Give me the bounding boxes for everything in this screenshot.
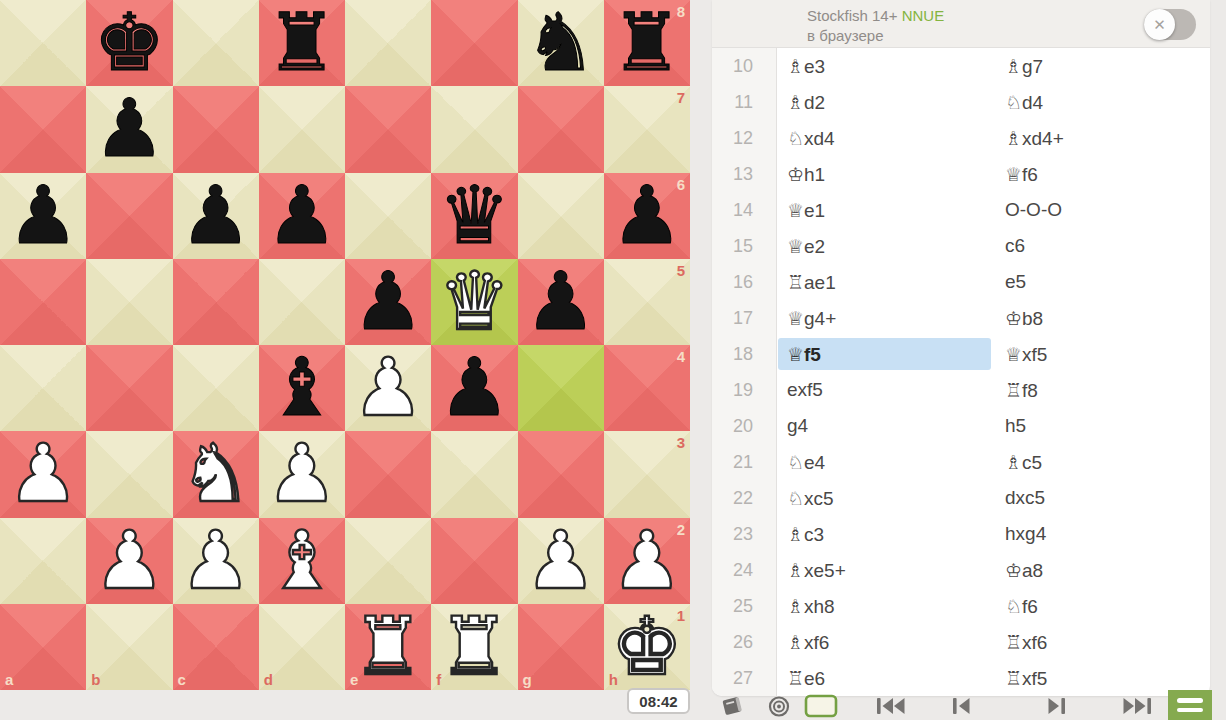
- white-queen: ♛: [439, 262, 511, 342]
- white-pawn: ♟: [352, 348, 424, 428]
- rank-label-2: 2: [677, 522, 685, 537]
- white-move-16[interactable]: ♖ae1: [777, 264, 1005, 300]
- black-king: ♚: [94, 3, 166, 83]
- square-f4[interactable]: ♟: [431, 345, 517, 431]
- square-e5[interactable]: ♟: [345, 259, 431, 345]
- move-number: 24: [712, 552, 777, 588]
- file-label-f: f: [436, 672, 441, 687]
- rank-label-3: 3: [677, 435, 685, 450]
- move-number: 25: [712, 588, 777, 624]
- black-move-text: ♗c5: [1005, 451, 1042, 474]
- black-move-text: hxg4: [1005, 523, 1046, 545]
- square-b8[interactable]: ♚: [86, 0, 172, 86]
- square-h2[interactable]: ♟2: [604, 518, 690, 604]
- square-f2[interactable]: [431, 518, 517, 604]
- square-h7[interactable]: 7: [604, 86, 690, 172]
- black-pawn: ♟: [266, 176, 338, 256]
- square-g3[interactable]: [518, 431, 604, 517]
- black-move-26[interactable]: ♖xf6: [1005, 624, 1210, 660]
- skip-to-end-button[interactable]: [1122, 695, 1152, 717]
- black-rook: ♜: [266, 3, 338, 83]
- chess-board: ♚♜♞♜8♟7♟♟♟♛♟6♟♛♟5♝♟♟4♟♞♟3♟♟♝♟♟2abcd♜e♜fg…: [0, 0, 690, 690]
- file-label-d: d: [264, 672, 273, 687]
- square-d5[interactable]: [259, 259, 345, 345]
- white-move-20[interactable]: g4: [777, 408, 1005, 444]
- white-move-13[interactable]: ♔h1: [777, 156, 1005, 192]
- white-move-text: ♔h1: [777, 163, 825, 186]
- move-number: 23: [712, 516, 777, 552]
- move-row-19: 19exf5♖f8: [712, 372, 1210, 408]
- board-view-icon[interactable]: [804, 694, 838, 718]
- black-move-19[interactable]: ♖f8: [1005, 372, 1210, 408]
- black-knight: ♞: [525, 3, 597, 83]
- x-icon: ✕: [1153, 16, 1166, 34]
- black-pawn: ♟: [525, 262, 597, 342]
- white-pawn: ♟: [525, 521, 597, 601]
- move-list: 10♗e3♗g711♗d2♘d412♘xd4♗xd4+13♔h1♕f614♕e1…: [712, 48, 1210, 696]
- black-move-14[interactable]: O-O-O: [1005, 192, 1210, 228]
- black-move-17[interactable]: ♔b8: [1005, 300, 1210, 336]
- square-f5[interactable]: ♛: [431, 259, 517, 345]
- square-h8[interactable]: ♜8: [604, 0, 690, 86]
- move-number: 19: [712, 372, 777, 408]
- square-g4[interactable]: [518, 345, 604, 431]
- white-move-text: ♖ae1: [777, 271, 836, 294]
- square-c2[interactable]: ♟: [173, 518, 259, 604]
- square-a5[interactable]: [0, 259, 86, 345]
- black-move-text: h5: [1005, 415, 1026, 437]
- black-pawn: ♟: [7, 176, 79, 256]
- black-move-text: ♖f8: [1005, 379, 1038, 402]
- square-h5[interactable]: 5: [604, 259, 690, 345]
- square-b3[interactable]: [86, 431, 172, 517]
- move-number: 18: [712, 336, 777, 372]
- file-label-b: b: [91, 672, 100, 687]
- black-move-24[interactable]: ♔a8: [1005, 552, 1210, 588]
- black-move-16[interactable]: e5: [1005, 264, 1210, 300]
- rank-label-4: 4: [677, 349, 685, 364]
- square-e7[interactable]: [345, 86, 431, 172]
- white-move-text: ♗e3: [777, 55, 825, 78]
- square-g1[interactable]: g: [518, 604, 604, 690]
- black-move-15[interactable]: c6: [1005, 228, 1210, 264]
- square-h6[interactable]: ♟6: [604, 173, 690, 259]
- white-move-11[interactable]: ♗d2: [777, 84, 1005, 120]
- square-e2[interactable]: [345, 518, 431, 604]
- white-move-text: ♖e6: [777, 667, 825, 690]
- white-move-23[interactable]: ♗c3: [777, 516, 1005, 552]
- square-e6[interactable]: [345, 173, 431, 259]
- move-row-10: 10♗e3♗g7: [712, 48, 1210, 84]
- notation-book-icon[interactable]: [720, 695, 748, 718]
- black-move-25[interactable]: ♘f6: [1005, 588, 1210, 624]
- move-number: 11: [712, 84, 777, 120]
- square-b4[interactable]: [86, 345, 172, 431]
- white-move-27[interactable]: ♖e6: [777, 660, 1005, 696]
- move-number: 17: [712, 300, 777, 336]
- square-b5[interactable]: [86, 259, 172, 345]
- white-knight: ♞: [180, 434, 252, 514]
- square-e4[interactable]: ♟: [345, 345, 431, 431]
- white-move-text: ♕g4+: [777, 307, 836, 330]
- white-move-text: ♗c3: [777, 523, 824, 546]
- square-c5[interactable]: [173, 259, 259, 345]
- white-move-text: ♘e4: [777, 451, 825, 474]
- square-g5[interactable]: ♟: [518, 259, 604, 345]
- black-move-text: ♔a8: [1005, 559, 1043, 582]
- file-label-a: a: [5, 672, 13, 687]
- square-d4[interactable]: ♝: [259, 345, 345, 431]
- white-move-text: ♕e2: [777, 235, 825, 258]
- square-a7[interactable]: [0, 86, 86, 172]
- square-d6[interactable]: ♟: [259, 173, 345, 259]
- white-move-text: ♕e1: [777, 199, 825, 222]
- white-move-21[interactable]: ♘e4: [777, 444, 1005, 480]
- move-row-23: 23♗c3hxg4: [712, 516, 1210, 552]
- menu-button[interactable]: [1168, 690, 1212, 720]
- engine-panel: Stockfish 14+ NNUE в браузере ✕ 10♗e3♗g7…: [712, 0, 1210, 696]
- square-a6[interactable]: ♟: [0, 173, 86, 259]
- black-move-10[interactable]: ♗g7: [1005, 48, 1210, 84]
- square-b1[interactable]: b: [86, 604, 172, 690]
- square-a1[interactable]: a: [0, 604, 86, 690]
- white-move-text: ♗xe5+: [777, 559, 846, 582]
- square-a2[interactable]: [0, 518, 86, 604]
- engine-panel-header: Stockfish 14+ NNUE в браузере ✕: [712, 0, 1210, 48]
- move-row-16: 16♖ae1e5: [712, 264, 1210, 300]
- move-row-15: 15♕e2c6: [712, 228, 1210, 264]
- square-f1[interactable]: ♜f: [431, 604, 517, 690]
- black-move-text: ♘f6: [1005, 595, 1038, 618]
- square-d8[interactable]: ♜: [259, 0, 345, 86]
- move-row-12: 12♘xd4♗xd4+: [712, 120, 1210, 156]
- white-move-text: ♗d2: [777, 91, 825, 114]
- engine-toggle[interactable]: ✕: [1144, 9, 1196, 40]
- white-bishop: ♝: [266, 521, 338, 601]
- white-rook: ♜: [439, 607, 511, 687]
- black-move-text: ♔b8: [1005, 307, 1043, 330]
- hamburger-icon: [1177, 708, 1203, 713]
- move-row-27: 27♖e6♖xf5: [712, 660, 1210, 696]
- black-queen: ♛: [439, 176, 511, 256]
- move-number: 12: [712, 120, 777, 156]
- white-move-26[interactable]: ♗xf6: [777, 624, 1005, 660]
- square-g8[interactable]: ♞: [518, 0, 604, 86]
- black-move-23[interactable]: hxg4: [1005, 516, 1210, 552]
- white-move-12[interactable]: ♘xd4: [777, 120, 1005, 156]
- black-pawn: ♟: [180, 176, 252, 256]
- move-row-18: 18♕f5♕xf5: [712, 336, 1210, 372]
- square-c1[interactable]: c: [173, 604, 259, 690]
- file-label-g: g: [523, 672, 532, 687]
- black-move-text: O-O-O: [1005, 199, 1062, 221]
- square-h1[interactable]: ♚1h: [604, 604, 690, 690]
- white-move-14[interactable]: ♕e1: [777, 192, 1005, 228]
- black-move-text: ♕f6: [1005, 163, 1038, 186]
- move-row-24: 24♗xe5+♔a8: [712, 552, 1210, 588]
- square-e3[interactable]: [345, 431, 431, 517]
- file-label-h: h: [609, 672, 618, 687]
- move-row-21: 21♘e4♗c5: [712, 444, 1210, 480]
- square-d3[interactable]: ♟: [259, 431, 345, 517]
- move-row-11: 11♗d2♘d4: [712, 84, 1210, 120]
- square-a3[interactable]: ♟: [0, 431, 86, 517]
- black-move-20[interactable]: h5: [1005, 408, 1210, 444]
- square-f7[interactable]: [431, 86, 517, 172]
- black-pawn: ♟: [611, 176, 683, 256]
- white-pawn: ♟: [611, 521, 683, 601]
- square-c7[interactable]: [173, 86, 259, 172]
- square-c6[interactable]: ♟: [173, 173, 259, 259]
- move-row-22: 22♘xc5dxc5: [712, 480, 1210, 516]
- move-row-14: 14♕e1O-O-O: [712, 192, 1210, 228]
- move-number: 16: [712, 264, 777, 300]
- square-c8[interactable]: [173, 0, 259, 86]
- black-move-21[interactable]: ♗c5: [1005, 444, 1210, 480]
- skip-to-start-button[interactable]: [876, 695, 906, 717]
- square-e8[interactable]: [345, 0, 431, 86]
- white-move-text: exf5: [777, 379, 823, 401]
- move-number: 27: [712, 660, 777, 696]
- square-f8[interactable]: [431, 0, 517, 86]
- move-number: 15: [712, 228, 777, 264]
- white-move-15[interactable]: ♕e2: [777, 228, 1005, 264]
- file-label-c: c: [178, 672, 186, 687]
- square-f6[interactable]: ♛: [431, 173, 517, 259]
- black-bishop: ♝: [266, 348, 338, 428]
- white-pawn: ♟: [180, 521, 252, 601]
- square-e1[interactable]: ♜e: [345, 604, 431, 690]
- white-move-text: ♗xh8: [777, 595, 835, 618]
- white-king: ♚: [611, 607, 683, 687]
- record-target-icon[interactable]: [765, 695, 793, 718]
- square-c3[interactable]: ♞: [173, 431, 259, 517]
- white-move-text: ♘xd4: [777, 127, 835, 150]
- rank-label-6: 6: [677, 177, 685, 192]
- square-d1[interactable]: d: [259, 604, 345, 690]
- move-number: 20: [712, 408, 777, 444]
- black-pawn: ♟: [352, 262, 424, 342]
- engine-title-block: Stockfish 14+ NNUE в браузере: [807, 6, 944, 46]
- white-rook: ♜: [352, 607, 424, 687]
- black-move-text: ♗g7: [1005, 55, 1043, 78]
- black-move-12[interactable]: ♗xd4+: [1005, 120, 1210, 156]
- white-move-17[interactable]: ♕g4+: [777, 300, 1005, 336]
- move-row-25: 25♗xh8♘f6: [712, 588, 1210, 624]
- black-move-text: dxc5: [1005, 487, 1045, 509]
- black-move-22[interactable]: dxc5: [1005, 480, 1210, 516]
- black-move-11[interactable]: ♘d4: [1005, 84, 1210, 120]
- white-move-22[interactable]: ♘xc5: [777, 480, 1005, 516]
- black-move-18[interactable]: ♕xf5: [1005, 336, 1210, 372]
- white-move-19[interactable]: exf5: [777, 372, 1005, 408]
- move-number: 13: [712, 156, 777, 192]
- rank-label-8: 8: [677, 4, 685, 19]
- move-row-20: 20g4h5: [712, 408, 1210, 444]
- engine-title: Stockfish 14+: [807, 7, 897, 24]
- step-forward-button[interactable]: [1044, 695, 1068, 717]
- white-move-text: ♕f5: [778, 338, 991, 370]
- square-d7[interactable]: [259, 86, 345, 172]
- move-number: 22: [712, 480, 777, 516]
- engine-subtitle: в браузере: [807, 26, 944, 46]
- white-move-text: ♗xf6: [777, 631, 829, 654]
- white-pawn: ♟: [266, 434, 338, 514]
- step-back-button[interactable]: [950, 695, 974, 717]
- move-row-26: 26♗xf6♖xf6: [712, 624, 1210, 660]
- square-b2[interactable]: ♟: [86, 518, 172, 604]
- white-move-text: ♘xc5: [777, 487, 834, 510]
- black-move-text: ♖xf5: [1005, 667, 1047, 690]
- white-move-text: g4: [777, 415, 808, 437]
- black-rook: ♜: [611, 3, 683, 83]
- white-pawn: ♟: [7, 434, 79, 514]
- hamburger-icon: [1177, 698, 1203, 703]
- white-move-24[interactable]: ♗xe5+: [777, 552, 1005, 588]
- white-pawn: ♟: [94, 521, 166, 601]
- black-move-text: ♗xd4+: [1005, 127, 1064, 150]
- square-f3[interactable]: [431, 431, 517, 517]
- black-pawn: ♟: [439, 348, 511, 428]
- app-root: ♚♜♞♜8♟7♟♟♟♛♟6♟♛♟5♝♟♟4♟♞♟3♟♟♝♟♟2abcd♜e♜fg…: [0, 0, 1226, 720]
- square-g6[interactable]: [518, 173, 604, 259]
- nnue-badge: NNUE: [902, 7, 945, 24]
- move-row-13: 13♔h1♕f6: [712, 156, 1210, 192]
- square-b6[interactable]: [86, 173, 172, 259]
- black-move-13[interactable]: ♕f6: [1005, 156, 1210, 192]
- white-move-10[interactable]: ♗e3: [777, 48, 1005, 84]
- square-c4[interactable]: [173, 345, 259, 431]
- square-d2[interactable]: ♝: [259, 518, 345, 604]
- square-g7[interactable]: [518, 86, 604, 172]
- move-number: 14: [712, 192, 777, 228]
- square-b7[interactable]: ♟: [86, 86, 172, 172]
- rank-label-1: 1: [677, 608, 685, 623]
- black-move-text: e5: [1005, 271, 1026, 293]
- rank-label-7: 7: [677, 90, 685, 105]
- square-h4[interactable]: 4: [604, 345, 690, 431]
- black-move-text: c6: [1005, 235, 1025, 257]
- move-number: 21: [712, 444, 777, 480]
- move-number: 26: [712, 624, 777, 660]
- square-a4[interactable]: [0, 345, 86, 431]
- black-move-text: ♕xf5: [1005, 343, 1047, 366]
- file-label-e: e: [350, 672, 358, 687]
- white-move-18[interactable]: ♕f5: [777, 336, 1005, 372]
- clock-badge: 08:42: [627, 688, 690, 714]
- square-h3[interactable]: 3: [604, 431, 690, 517]
- square-a8[interactable]: [0, 0, 86, 86]
- black-pawn: ♟: [94, 89, 166, 169]
- black-move-text: ♖xf6: [1005, 631, 1047, 654]
- rank-label-5: 5: [677, 263, 685, 278]
- move-number: 10: [712, 48, 777, 84]
- move-row-17: 17♕g4+♔b8: [712, 300, 1210, 336]
- black-move-text: ♘d4: [1005, 91, 1043, 114]
- square-g2[interactable]: ♟: [518, 518, 604, 604]
- toggle-knob: ✕: [1144, 9, 1175, 40]
- white-move-25[interactable]: ♗xh8: [777, 588, 1005, 624]
